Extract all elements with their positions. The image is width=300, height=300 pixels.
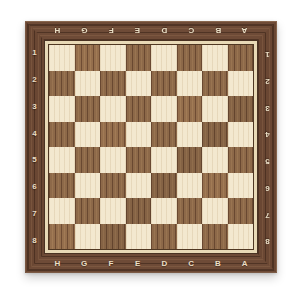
square-c3[interactable] xyxy=(177,96,203,122)
file-label-top-a: A xyxy=(231,21,258,40)
rank-label-right-8: 8 xyxy=(258,227,277,254)
square-g8[interactable] xyxy=(75,224,101,250)
rank-label-left-3: 3 xyxy=(25,94,44,121)
square-f6[interactable] xyxy=(100,173,126,199)
rank-label-right-1: 1 xyxy=(258,40,277,67)
rank-labels-right: 12345678 xyxy=(258,40,277,254)
square-h2[interactable] xyxy=(49,71,75,97)
square-b3[interactable] xyxy=(202,96,228,122)
file-label-top-c: C xyxy=(178,21,205,40)
file-labels-bottom: HGFEDCBA xyxy=(44,254,258,273)
square-g4[interactable] xyxy=(75,122,101,148)
product-photo-background: HGFEDCBA HGFEDCBA 12345678 12345678 xyxy=(0,0,300,300)
square-a4[interactable] xyxy=(228,122,254,148)
square-e7[interactable] xyxy=(126,198,152,224)
square-d6[interactable] xyxy=(151,173,177,199)
square-f8[interactable] xyxy=(100,224,126,250)
rank-label-right-2: 2 xyxy=(258,67,277,94)
rank-label-right-3: 3 xyxy=(258,94,277,121)
square-f5[interactable] xyxy=(100,147,126,173)
file-label-top-b: B xyxy=(205,21,232,40)
file-label-top-h: H xyxy=(44,21,71,40)
square-b1[interactable] xyxy=(202,45,228,71)
rank-labels-left: 12345678 xyxy=(25,40,44,254)
file-label-bottom-h: H xyxy=(44,254,71,273)
square-a1[interactable] xyxy=(228,45,254,71)
square-b7[interactable] xyxy=(202,198,228,224)
square-e1[interactable] xyxy=(126,45,152,71)
square-f7[interactable] xyxy=(100,198,126,224)
playing-field xyxy=(44,40,258,254)
square-e3[interactable] xyxy=(126,96,152,122)
square-a8[interactable] xyxy=(228,224,254,250)
square-c5[interactable] xyxy=(177,147,203,173)
rank-label-left-8: 8 xyxy=(25,227,44,254)
square-d5[interactable] xyxy=(151,147,177,173)
square-b2[interactable] xyxy=(202,71,228,97)
file-labels-top: HGFEDCBA xyxy=(44,21,258,40)
chess-board: HGFEDCBA HGFEDCBA 12345678 12345678 xyxy=(25,21,277,273)
square-e6[interactable] xyxy=(126,173,152,199)
square-g3[interactable] xyxy=(75,96,101,122)
square-g6[interactable] xyxy=(75,173,101,199)
rank-label-left-2: 2 xyxy=(25,67,44,94)
rank-label-right-4: 4 xyxy=(258,120,277,147)
square-g1[interactable] xyxy=(75,45,101,71)
square-h8[interactable] xyxy=(49,224,75,250)
file-label-bottom-b: B xyxy=(205,254,232,273)
square-e5[interactable] xyxy=(126,147,152,173)
square-g7[interactable] xyxy=(75,198,101,224)
square-a3[interactable] xyxy=(228,96,254,122)
square-e4[interactable] xyxy=(126,122,152,148)
square-d8[interactable] xyxy=(151,224,177,250)
square-c4[interactable] xyxy=(177,122,203,148)
square-c2[interactable] xyxy=(177,71,203,97)
square-h5[interactable] xyxy=(49,147,75,173)
square-d3[interactable] xyxy=(151,96,177,122)
square-c8[interactable] xyxy=(177,224,203,250)
square-f4[interactable] xyxy=(100,122,126,148)
file-label-bottom-f: F xyxy=(98,254,125,273)
square-f2[interactable] xyxy=(100,71,126,97)
square-d7[interactable] xyxy=(151,198,177,224)
square-a2[interactable] xyxy=(228,71,254,97)
file-label-bottom-d: D xyxy=(151,254,178,273)
rank-label-right-5: 5 xyxy=(258,147,277,174)
square-h3[interactable] xyxy=(49,96,75,122)
rank-label-left-4: 4 xyxy=(25,120,44,147)
square-h6[interactable] xyxy=(49,173,75,199)
square-a6[interactable] xyxy=(228,173,254,199)
square-h1[interactable] xyxy=(49,45,75,71)
file-label-top-g: G xyxy=(71,21,98,40)
file-label-bottom-a: A xyxy=(231,254,258,273)
file-label-top-d: D xyxy=(151,21,178,40)
square-c1[interactable] xyxy=(177,45,203,71)
square-b8[interactable] xyxy=(202,224,228,250)
square-b5[interactable] xyxy=(202,147,228,173)
square-b6[interactable] xyxy=(202,173,228,199)
squares-grid xyxy=(48,44,254,250)
square-g2[interactable] xyxy=(75,71,101,97)
file-label-bottom-e: E xyxy=(124,254,151,273)
square-e8[interactable] xyxy=(126,224,152,250)
square-h7[interactable] xyxy=(49,198,75,224)
square-c7[interactable] xyxy=(177,198,203,224)
square-h4[interactable] xyxy=(49,122,75,148)
rank-label-right-7: 7 xyxy=(258,201,277,228)
square-f1[interactable] xyxy=(100,45,126,71)
square-f3[interactable] xyxy=(100,96,126,122)
file-label-bottom-c: C xyxy=(178,254,205,273)
file-label-top-f: F xyxy=(98,21,125,40)
square-a7[interactable] xyxy=(228,198,254,224)
square-d4[interactable] xyxy=(151,122,177,148)
rank-label-right-6: 6 xyxy=(258,174,277,201)
rank-label-left-5: 5 xyxy=(25,147,44,174)
square-a5[interactable] xyxy=(228,147,254,173)
rank-label-left-7: 7 xyxy=(25,201,44,228)
square-d2[interactable] xyxy=(151,71,177,97)
square-d1[interactable] xyxy=(151,45,177,71)
file-label-bottom-g: G xyxy=(71,254,98,273)
square-e2[interactable] xyxy=(126,71,152,97)
rank-label-left-1: 1 xyxy=(25,40,44,67)
file-label-top-e: E xyxy=(124,21,151,40)
square-b4[interactable] xyxy=(202,122,228,148)
square-c6[interactable] xyxy=(177,173,203,199)
square-g5[interactable] xyxy=(75,147,101,173)
rank-label-left-6: 6 xyxy=(25,174,44,201)
